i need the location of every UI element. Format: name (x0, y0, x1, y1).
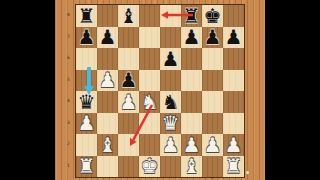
black-king: ♚ (204, 6, 222, 26)
video-frame: { "game": "chess", "position": { "fen": … (0, 0, 320, 180)
black-pawn: ♟ (120, 70, 138, 90)
square-f1[interactable]: ♝ (181, 156, 202, 178)
white-pawn: ♟ (183, 135, 201, 155)
square-a8[interactable]: ♜ (76, 5, 97, 27)
square-b1[interactable] (97, 156, 118, 178)
square-c1[interactable] (118, 156, 139, 178)
square-b6[interactable] (97, 48, 118, 70)
square-e6[interactable]: ♟ (160, 48, 181, 70)
white-pawn: ♟ (99, 70, 117, 90)
square-g4[interactable] (202, 91, 223, 113)
black-rook: ♜ (78, 6, 96, 26)
square-a2[interactable] (76, 134, 97, 156)
square-f6[interactable] (181, 48, 202, 70)
square-a5[interactable] (76, 70, 97, 92)
square-b7[interactable]: ♟ (97, 27, 118, 49)
square-g7[interactable]: ♟ (202, 27, 223, 49)
square-b8[interactable] (97, 5, 118, 27)
white-pawn: ♟ (162, 135, 180, 155)
square-h6[interactable] (223, 48, 244, 70)
square-h8[interactable] (223, 5, 244, 27)
square-e8[interactable] (160, 5, 181, 27)
square-b3[interactable] (97, 113, 118, 135)
square-f2[interactable]: ♟ (181, 134, 202, 156)
square-a3[interactable]: ♟ (76, 113, 97, 135)
black-queen: ♛ (78, 92, 96, 112)
square-d8[interactable] (139, 5, 160, 27)
chess-board[interactable]: ♜♝♜♚♟♟♟♟♟♟♟♟♛♟♞♞♟♛♝♟♟♟♟♜♚♝♜ (76, 5, 244, 177)
square-b4[interactable] (97, 91, 118, 113)
square-c7[interactable] (118, 27, 139, 49)
square-h2[interactable]: ♟ (223, 134, 244, 156)
square-a7[interactable]: ♟ (76, 27, 97, 49)
white-pawn: ♟ (225, 135, 243, 155)
black-bishop: ♝ (120, 6, 138, 26)
rank-label-7: 7 (67, 35, 70, 40)
square-d3[interactable] (139, 113, 160, 135)
square-h4[interactable] (223, 91, 244, 113)
square-f5[interactable] (181, 70, 202, 92)
square-c5[interactable]: ♟ (118, 70, 139, 92)
square-a4[interactable]: ♛ (76, 91, 97, 113)
square-a1[interactable]: ♜ (76, 156, 97, 178)
frame-dot (246, 171, 249, 174)
rank-label-6: 6 (67, 56, 70, 61)
square-e4[interactable]: ♞ (160, 91, 181, 113)
white-rook: ♜ (78, 156, 96, 176)
white-queen: ♛ (162, 113, 180, 133)
white-king: ♚ (141, 156, 159, 176)
square-g3[interactable] (202, 113, 223, 135)
white-pawn: ♟ (78, 113, 96, 133)
square-e5[interactable] (160, 70, 181, 92)
square-g2[interactable]: ♟ (202, 134, 223, 156)
square-b5[interactable]: ♟ (97, 70, 118, 92)
black-pawn: ♟ (204, 27, 222, 47)
square-c2[interactable] (118, 134, 139, 156)
square-h5[interactable] (223, 70, 244, 92)
rank-label-5: 5 (67, 78, 70, 83)
square-f4[interactable] (181, 91, 202, 113)
white-pawn: ♟ (120, 92, 138, 112)
square-f8[interactable]: ♜ (181, 5, 202, 27)
black-rook: ♜ (183, 6, 201, 26)
square-h1[interactable]: ♜ (223, 156, 244, 178)
rank-label-1: 1 (67, 164, 70, 169)
rank-label-4: 4 (67, 99, 70, 104)
square-d5[interactable] (139, 70, 160, 92)
square-f7[interactable]: ♟ (181, 27, 202, 49)
square-f3[interactable] (181, 113, 202, 135)
white-bishop: ♝ (99, 135, 117, 155)
square-g8[interactable]: ♚ (202, 5, 223, 27)
square-h3[interactable] (223, 113, 244, 135)
rank-label-3: 3 (67, 121, 70, 126)
square-e7[interactable] (160, 27, 181, 49)
white-pawn: ♟ (204, 135, 222, 155)
square-c6[interactable] (118, 48, 139, 70)
square-h7[interactable]: ♟ (223, 27, 244, 49)
square-d7[interactable] (139, 27, 160, 49)
black-pawn: ♟ (225, 27, 243, 47)
black-knight: ♞ (162, 92, 180, 112)
black-pawn: ♟ (183, 27, 201, 47)
square-d6[interactable] (139, 48, 160, 70)
square-c3[interactable] (118, 113, 139, 135)
square-d4[interactable]: ♞ (139, 91, 160, 113)
square-c8[interactable]: ♝ (118, 5, 139, 27)
square-d2[interactable] (139, 134, 160, 156)
square-g6[interactable] (202, 48, 223, 70)
rank-label-8: 8 (67, 13, 70, 18)
square-a6[interactable] (76, 48, 97, 70)
white-knight: ♞ (141, 92, 159, 112)
black-pawn: ♟ (78, 27, 96, 47)
white-bishop: ♝ (183, 156, 201, 176)
square-e1[interactable] (160, 156, 181, 178)
square-g1[interactable] (202, 156, 223, 178)
square-e2[interactable]: ♟ (160, 134, 181, 156)
black-pawn: ♟ (162, 49, 180, 69)
white-rook: ♜ (225, 156, 243, 176)
square-b2[interactable]: ♝ (97, 134, 118, 156)
black-pawn: ♟ (99, 27, 117, 47)
square-d1[interactable]: ♚ (139, 156, 160, 178)
square-g5[interactable] (202, 70, 223, 92)
square-e3[interactable]: ♛ (160, 113, 181, 135)
rank-label-2: 2 (67, 142, 70, 147)
square-c4[interactable]: ♟ (118, 91, 139, 113)
